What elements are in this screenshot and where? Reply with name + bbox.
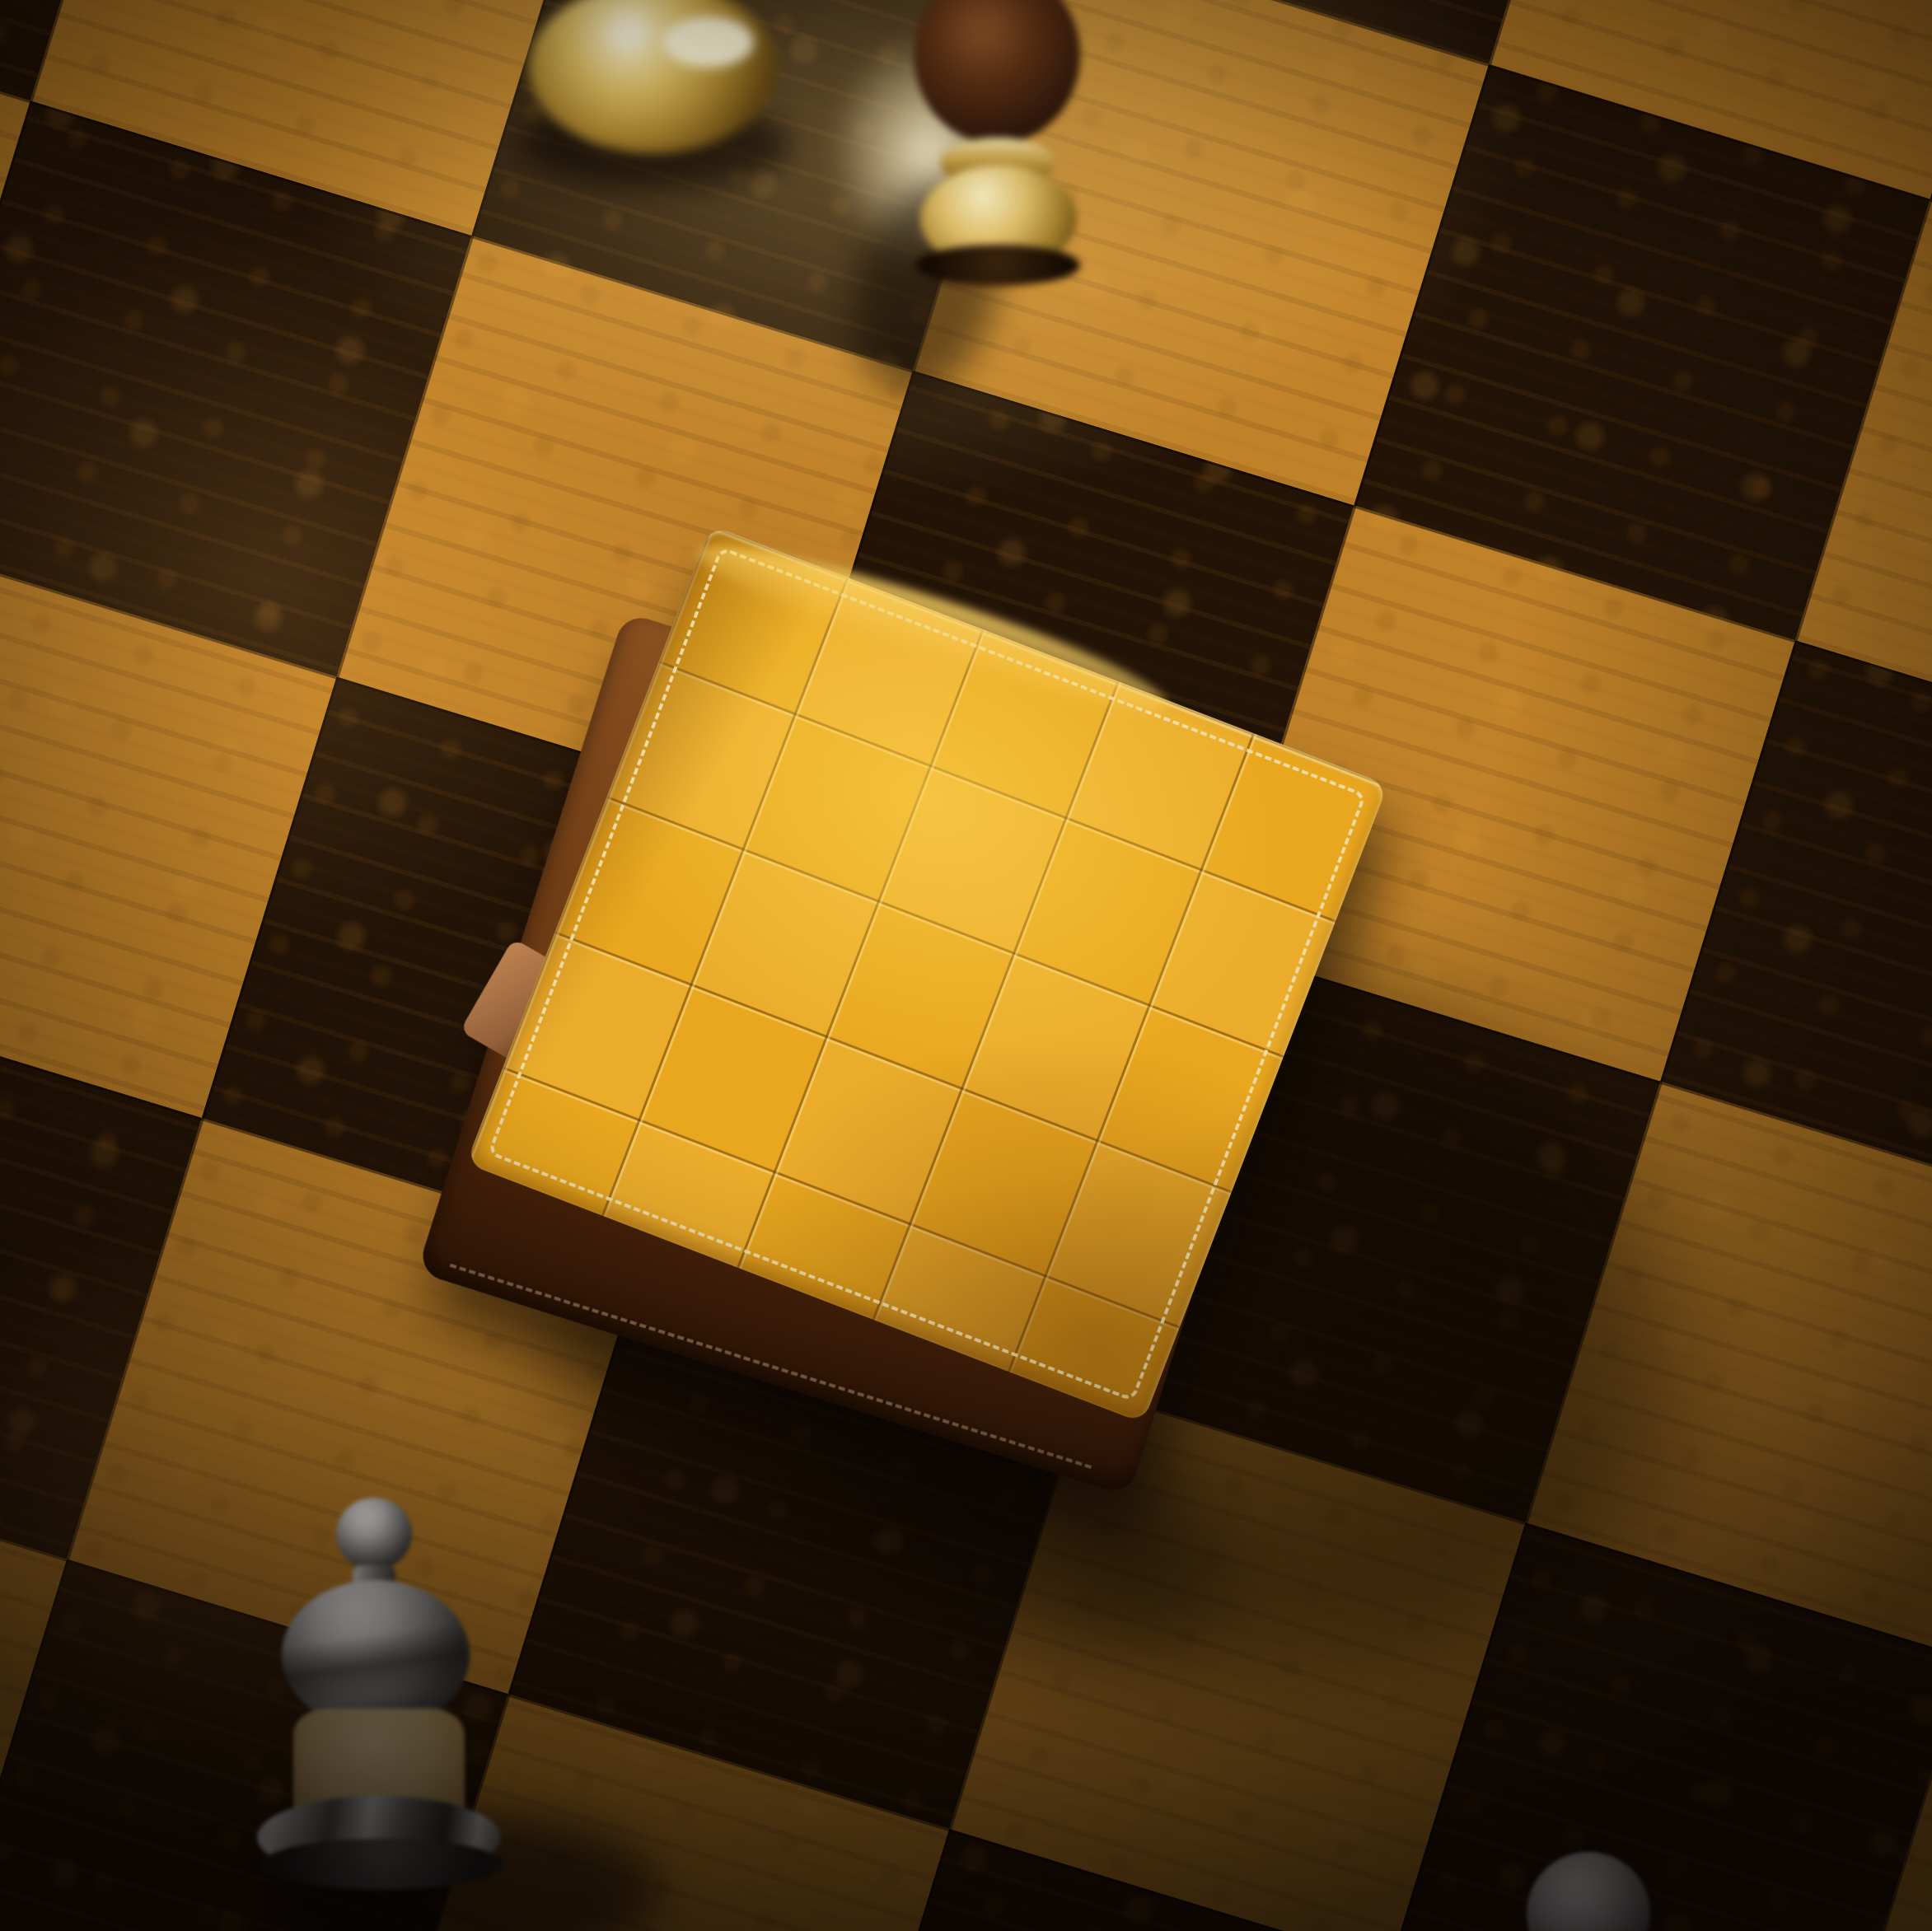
photo-scene: Yellow woven-leather bifold wallet resti… [0, 0, 1932, 1931]
brass-pawn-body [529, 0, 778, 153]
brass-pawn-highlight [663, 16, 754, 68]
wood-brass-pawn [902, 0, 1092, 292]
wood-pawn-base [915, 245, 1080, 286]
pewter-pawn-knob [336, 1498, 412, 1570]
wood-pawn-head [914, 0, 1080, 144]
pewter-stone-pawn [247, 1493, 511, 1905]
scene-caption: Yellow woven-leather bifold wallet resti… [7, 7, 8, 8]
brass-pawn [519, 0, 791, 173]
pewter-pawn-base-edge [260, 1839, 504, 1890]
pewter-pawn-body [282, 1580, 470, 1730]
